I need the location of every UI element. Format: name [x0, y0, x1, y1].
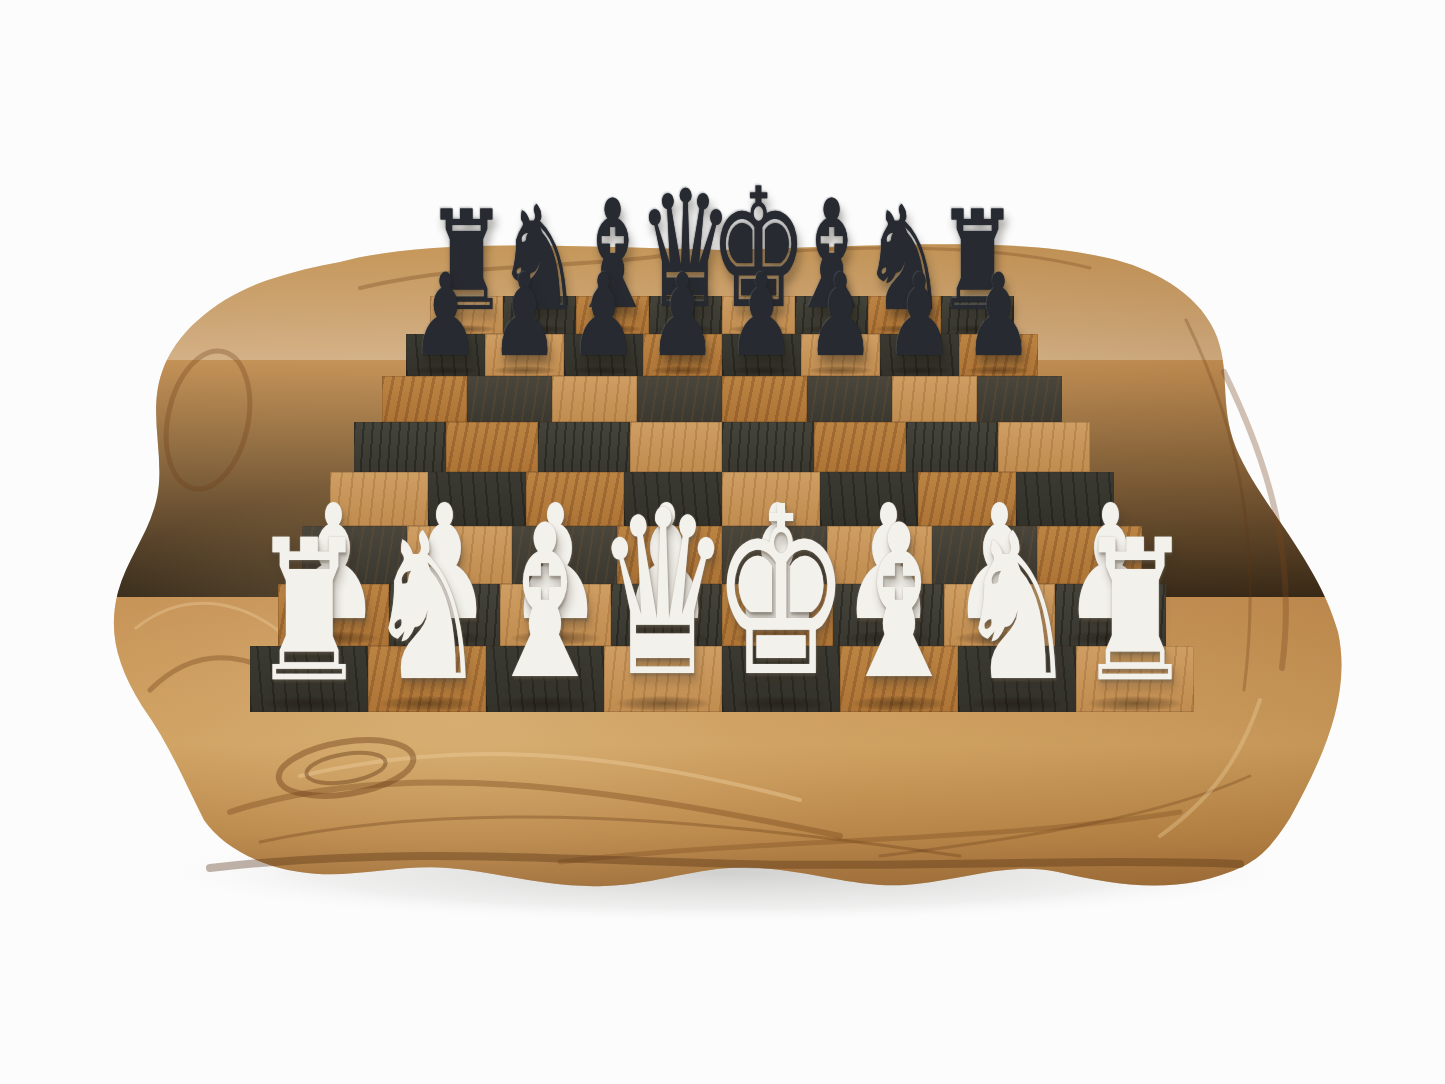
- piece-black-pawn-b7[interactable]: ♟: [490, 259, 558, 373]
- square-a1[interactable]: ♜: [250, 646, 368, 712]
- square-c7[interactable]: ♟: [564, 334, 643, 376]
- board-rank-8: ♜♞♝♛♚♝♞♜: [250, 296, 1194, 334]
- square-c6[interactable]: [552, 376, 637, 422]
- square-g6[interactable]: [892, 376, 977, 422]
- square-b7[interactable]: ♟: [485, 334, 564, 376]
- piece-black-pawn-a7[interactable]: ♟: [411, 259, 479, 373]
- photo-background: ♜♞♝♛♚♝♞♜♟♟♟♟♟♟♟♟♟♟♟♟♟♟♟♟♜♞♝♛♚♝♞♜: [0, 0, 1445, 1084]
- piece-white-knight-g1[interactable]: ♞: [956, 507, 1077, 710]
- square-a5[interactable]: [354, 422, 446, 472]
- piece-black-pawn-e7[interactable]: ♟: [727, 259, 795, 373]
- square-f1[interactable]: ♝: [840, 646, 958, 712]
- piece-white-rook-a1[interactable]: ♜: [251, 514, 368, 709]
- square-d6[interactable]: [637, 376, 722, 422]
- square-g5[interactable]: [906, 422, 998, 472]
- piece-white-bishop-c1[interactable]: ♝: [482, 498, 608, 710]
- piece-black-pawn-f7[interactable]: ♟: [806, 259, 874, 373]
- piece-white-king-e1[interactable]: ♚: [712, 477, 851, 710]
- square-b1[interactable]: ♞: [368, 646, 486, 712]
- square-e7[interactable]: ♟: [722, 334, 801, 376]
- piece-black-pawn-d7[interactable]: ♟: [648, 259, 716, 373]
- square-g7[interactable]: ♟: [880, 334, 959, 376]
- square-b6[interactable]: [467, 376, 552, 422]
- board-rank-6: [250, 376, 1194, 422]
- square-g1[interactable]: ♞: [958, 646, 1076, 712]
- square-h6[interactable]: [977, 376, 1062, 422]
- square-e1[interactable]: ♚: [722, 646, 840, 712]
- chessboard: ♜♞♝♛♚♝♞♜♟♟♟♟♟♟♟♟♟♟♟♟♟♟♟♟♜♞♝♛♚♝♞♜: [250, 296, 1194, 712]
- square-h7[interactable]: ♟: [959, 334, 1038, 376]
- square-d7[interactable]: ♟: [643, 334, 722, 376]
- board-rank-7: ♟♟♟♟♟♟♟♟: [250, 334, 1194, 376]
- square-b5[interactable]: [446, 422, 538, 472]
- piece-white-knight-b1[interactable]: ♞: [366, 507, 487, 710]
- piece-white-rook-h1[interactable]: ♜: [1077, 514, 1194, 709]
- square-d1[interactable]: ♛: [604, 646, 722, 712]
- piece-white-bishop-f1[interactable]: ♝: [836, 498, 962, 710]
- square-h1[interactable]: ♜: [1076, 646, 1194, 712]
- board-rank-1: ♜♞♝♛♚♝♞♜: [250, 646, 1194, 712]
- piece-black-pawn-c7[interactable]: ♟: [569, 259, 637, 373]
- piece-black-pawn-h7[interactable]: ♟: [964, 259, 1032, 373]
- piece-black-pawn-g7[interactable]: ♟: [885, 259, 953, 373]
- square-f6[interactable]: [807, 376, 892, 422]
- square-c1[interactable]: ♝: [486, 646, 604, 712]
- square-a6[interactable]: [382, 376, 467, 422]
- square-f7[interactable]: ♟: [801, 334, 880, 376]
- square-e6[interactable]: [722, 376, 807, 422]
- square-a7[interactable]: ♟: [406, 334, 485, 376]
- square-h5[interactable]: [998, 422, 1090, 472]
